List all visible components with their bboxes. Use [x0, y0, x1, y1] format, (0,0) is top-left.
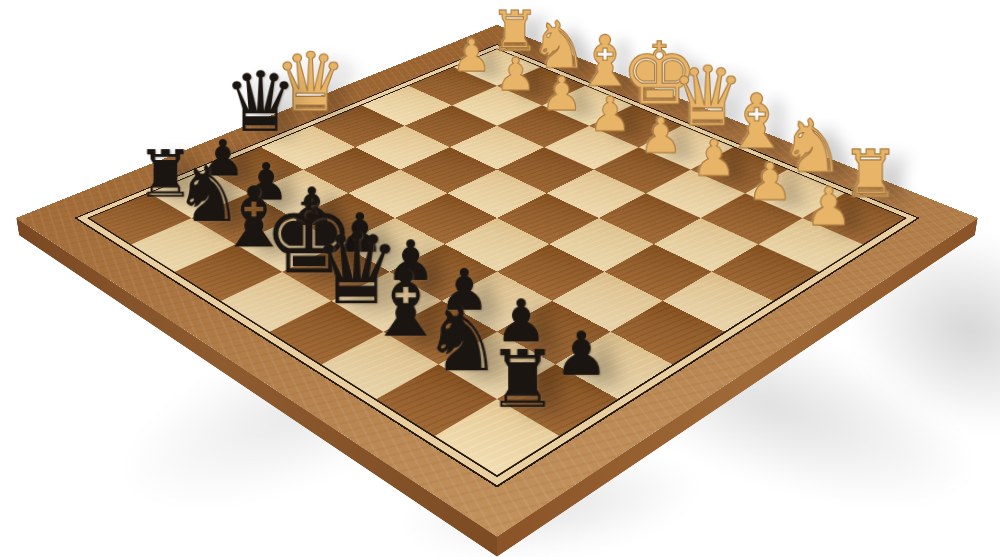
chess-board: ♜♞♝♛♚♝♞♜♟♟♟♟♟♟♟♟♟♟♟♟♟♟♟♟♜♞♝♛♚♝♞♜ ♛ ♛ [16, 25, 978, 537]
board-squares: ♜♞♝♛♚♝♞♜♟♟♟♟♟♟♟♟♟♟♟♟♟♟♟♟♜♞♝♛♚♝♞♜ [90, 49, 905, 475]
square-c4 [549, 218, 654, 272]
photo-scene: ♜♞♝♛♚♝♞♜♟♟♟♟♟♟♟♟♟♟♟♟♟♟♟♟♜♞♝♛♚♝♞♜ ♛ ♛ [0, 0, 1000, 557]
square-f2: ♟ [497, 105, 589, 147]
board-inlay-border: ♜♞♝♛♚♝♞♜♟♟♟♟♟♟♟♟♟♟♟♟♟♟♟♟♜♞♝♛♚♝♞♜ [90, 49, 905, 475]
square-c2: ♟ [646, 170, 745, 218]
piece-black-rook-a8: ♜ [479, 341, 566, 421]
piece-white-pawn-a2: ♟ [792, 180, 865, 233]
photo-background: ♜♞♝♛♚♝♞♜♟♟♟♟♟♟♟♟♟♟♟♟♟♟♟♟♜♞♝♛♚♝♞♜ ♛ ♛ [0, 0, 1000, 557]
